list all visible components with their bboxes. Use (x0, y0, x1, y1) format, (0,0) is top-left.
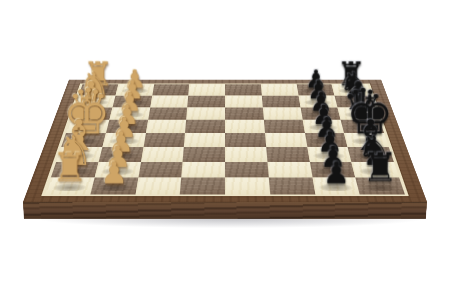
square-d4[interactable] (185, 120, 225, 133)
square-c5[interactable] (225, 107, 264, 119)
square-h2[interactable]: ♟ (90, 178, 138, 195)
square-e6[interactable] (265, 133, 307, 147)
board-front-edge (23, 202, 427, 219)
square-c3[interactable] (148, 107, 188, 119)
square-f3[interactable] (141, 147, 184, 162)
square-c4[interactable] (186, 107, 225, 119)
square-a3[interactable] (152, 84, 190, 95)
square-e5[interactable] (225, 133, 266, 147)
square-a4[interactable] (188, 84, 225, 95)
square-g3[interactable] (138, 162, 183, 178)
square-b6[interactable] (262, 95, 301, 107)
square-g6[interactable] (267, 162, 312, 178)
square-h4[interactable] (180, 178, 225, 195)
square-h6[interactable] (269, 178, 315, 195)
chess-board: ♜♟♟♜♞♟♟♞♝♟♟♝♛♟♟♛♚♟♟♚♝♟♟♝♞♟♟♞♜♟♟♜ (23, 80, 427, 202)
white-pawn-h2[interactable]: ♟ (92, 158, 136, 188)
square-h5[interactable] (225, 178, 270, 195)
board-grid: ♜♟♟♜♞♟♟♞♝♟♟♝♛♟♟♛♚♟♟♚♝♟♟♝♞♟♟♞♜♟♟♜ (45, 84, 405, 194)
chess-set-photo: ♜♟♟♜♞♟♟♞♝♟♟♝♛♟♟♛♚♟♟♚♝♟♟♝♞♟♟♞♜♟♟♜ (0, 0, 450, 300)
square-g5[interactable] (225, 162, 269, 178)
square-d3[interactable] (146, 120, 187, 133)
black-pawn-h7[interactable]: ♟ (314, 158, 358, 188)
square-f6[interactable] (266, 147, 309, 162)
square-c6[interactable] (263, 107, 303, 119)
square-f4[interactable] (183, 147, 225, 162)
square-h1[interactable]: ♜ (45, 178, 94, 195)
square-h7[interactable]: ♟ (312, 178, 360, 195)
square-f5[interactable] (225, 147, 267, 162)
white-rook-h1[interactable]: ♜ (47, 147, 91, 187)
board-perspective-wrapper: ♜♟♟♜♞♟♟♞♝♟♟♝♛♟♟♛♚♟♟♚♝♟♟♝♞♟♟♞♜♟♟♜ (49, 0, 401, 300)
square-a6[interactable] (261, 84, 299, 95)
square-g4[interactable] (181, 162, 225, 178)
square-e4[interactable] (184, 133, 225, 147)
square-d5[interactable] (225, 120, 265, 133)
square-h3[interactable] (135, 178, 181, 195)
square-b4[interactable] (187, 95, 225, 107)
board-inlay-border: ♜♟♟♜♞♟♟♞♝♟♟♝♛♟♟♛♚♟♟♚♝♟♟♝♞♟♟♞♜♟♟♜ (41, 83, 408, 195)
square-d6[interactable] (264, 120, 305, 133)
square-e3[interactable] (143, 133, 185, 147)
square-b3[interactable] (150, 95, 189, 107)
square-b5[interactable] (225, 95, 263, 107)
square-a5[interactable] (225, 84, 262, 95)
square-h8[interactable]: ♜ (356, 178, 405, 195)
black-rook-h8[interactable]: ♜ (358, 147, 402, 187)
